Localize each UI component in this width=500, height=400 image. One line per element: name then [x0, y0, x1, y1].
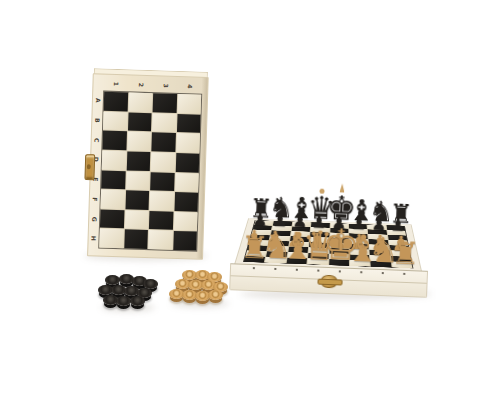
folded-board-square: [104, 92, 128, 111]
chess-pieces-layer: ♜♞♝♛♚♝♞♜♟♟♟♟♟♟♟♟♟♟♟♟♟♟♟♟♜♞♝♛♚♝♞♜: [224, 174, 435, 314]
folded-board-square: [153, 93, 177, 112]
folded-board-square: [125, 190, 149, 209]
folded-board-square: [176, 114, 200, 133]
folded-board-square: [176, 133, 200, 152]
folded-board-square: [102, 131, 126, 150]
folded-board-square: [100, 209, 124, 228]
folded-board-square: [126, 171, 150, 190]
wood-checker[interactable]: [208, 290, 223, 300]
folded-board-square: [124, 230, 148, 249]
folded-board-square: [150, 191, 174, 210]
folded-board-square: [150, 172, 174, 191]
folded-board-square: [127, 112, 151, 131]
black-checker[interactable]: [105, 275, 120, 285]
folded-board-square: [149, 211, 173, 230]
folded-board-square: [103, 111, 127, 130]
folded-board-square: [151, 152, 175, 171]
folded-board-square: [101, 170, 125, 189]
brass-clasp-icon: [84, 154, 95, 180]
folded-chess-board: 1234 ABCDEFGH: [87, 68, 209, 260]
folded-board-square: [175, 153, 199, 172]
folded-board-square: [173, 212, 197, 231]
folded-board-square: [128, 92, 152, 111]
folded-board-square: [127, 132, 151, 151]
folded-board-square: [175, 172, 199, 191]
open-chess-board-group: ▪▪▪▪▪▪▪▪ ♜♞♝♛♚♝♞♜♟♟♟♟♟♟♟♟♟♟♟♟♟♟♟♟♜♞♝♛♚♝♞…: [224, 174, 435, 314]
folded-board-square: [173, 231, 197, 250]
folded-board-square: [126, 151, 150, 170]
folded-board-square: [152, 113, 176, 132]
folded-board-square: [99, 229, 123, 248]
folded-board-square: [177, 94, 201, 113]
folded-board-square: [174, 192, 198, 211]
folded-board-square: [101, 190, 125, 209]
product-photo-stage: 1234 ABCDEFGH ▪▪▪▪▪▪▪▪ ♜♞♝♛♚♝♞♜♟♟♟♟♟♟♟♟♟…: [0, 0, 500, 400]
black-checker[interactable]: [116, 296, 131, 306]
folded-board-square: [124, 210, 148, 229]
folded-board-square: [148, 230, 172, 249]
folded-board-face: 1234 ABCDEFGH: [87, 73, 209, 260]
black-checker[interactable]: [130, 296, 145, 306]
folded-board-grid: [98, 91, 202, 252]
white-rook[interactable]: ♜: [391, 237, 420, 269]
folded-board-square: [151, 132, 175, 151]
folded-board-square: [102, 150, 126, 169]
